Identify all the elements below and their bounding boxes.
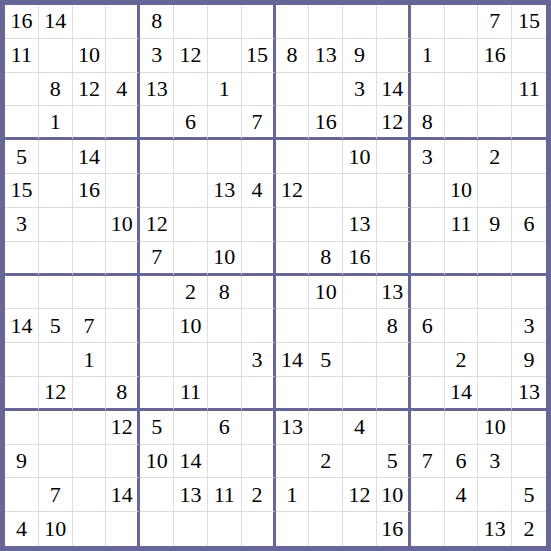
cell-r13c9[interactable]: 13 [276,411,310,445]
cell-r1c6[interactable] [174,5,208,39]
cell-r6c4[interactable] [106,174,140,208]
cell-r16c12[interactable]: 16 [377,512,411,546]
cell-r2c16[interactable] [512,39,546,73]
cell-r6c3[interactable]: 16 [73,174,107,208]
cell-r6c9[interactable]: 12 [276,174,310,208]
cell-r8c3[interactable] [73,242,107,276]
cell-r11c9[interactable]: 14 [276,343,310,377]
cell-r1c1[interactable]: 16 [5,5,39,39]
cell-r14c14[interactable]: 6 [445,445,479,479]
cell-r14c13[interactable]: 7 [411,445,445,479]
cell-r10c3[interactable]: 7 [73,309,107,343]
cell-r6c10[interactable] [309,174,343,208]
cell-r3c14[interactable] [445,73,479,107]
cell-r2c10[interactable]: 13 [309,39,343,73]
cell-r15c1[interactable] [5,478,39,512]
cell-r9c7[interactable]: 8 [208,276,242,310]
cell-r6c13[interactable] [411,174,445,208]
cell-r1c11[interactable] [343,5,377,39]
cell-r13c3[interactable] [73,411,107,445]
cell-r5c11[interactable]: 10 [343,140,377,174]
cell-r7c8[interactable] [242,208,276,242]
cell-r1c3[interactable] [73,5,107,39]
cell-r10c12[interactable]: 8 [377,309,411,343]
cell-r12c14[interactable]: 14 [445,377,479,411]
cell-r7c9[interactable] [276,208,310,242]
cell-r2c8[interactable]: 15 [242,39,276,73]
cell-r5c13[interactable]: 3 [411,140,445,174]
cell-r7c14[interactable]: 11 [445,208,479,242]
cell-r7c13[interactable] [411,208,445,242]
cell-r6c6[interactable] [174,174,208,208]
cell-r8c2[interactable] [39,242,73,276]
cell-r9c12[interactable]: 13 [377,276,411,310]
cell-r9c13[interactable] [411,276,445,310]
cell-r2c15[interactable]: 16 [478,39,512,73]
cell-r6c8[interactable]: 4 [242,174,276,208]
cell-r1c12[interactable] [377,5,411,39]
cell-r6c16[interactable] [512,174,546,208]
cell-r7c16[interactable]: 6 [512,208,546,242]
cell-r16c15[interactable]: 13 [478,512,512,546]
cell-r11c16[interactable]: 9 [512,343,546,377]
cell-r16c13[interactable] [411,512,445,546]
cell-r16c10[interactable] [309,512,343,546]
cell-r1c9[interactable] [276,5,310,39]
cell-r12c6[interactable]: 11 [174,377,208,411]
cell-r16c16[interactable]: 2 [512,512,546,546]
cell-r14c9[interactable] [276,445,310,479]
cell-r15c16[interactable]: 5 [512,478,546,512]
sudoku-board: 1614871511103121581391168124131314111671… [0,0,551,551]
cell-r3c13[interactable] [411,73,445,107]
cell-r12c2[interactable]: 12 [39,377,73,411]
cell-r10c6[interactable]: 10 [174,309,208,343]
cell-r10c13[interactable]: 6 [411,309,445,343]
cell-r6c5[interactable] [140,174,174,208]
cell-r9c10[interactable]: 10 [309,276,343,310]
cell-r2c12[interactable] [377,39,411,73]
cell-r1c15[interactable]: 7 [478,5,512,39]
cell-r12c7[interactable] [208,377,242,411]
cell-r15c3[interactable] [73,478,107,512]
cell-r14c6[interactable]: 14 [174,445,208,479]
cell-r10c9[interactable] [276,309,310,343]
cell-r11c10[interactable]: 5 [309,343,343,377]
cell-r4c8[interactable]: 7 [242,106,276,140]
cell-r9c11[interactable] [343,276,377,310]
cell-r9c16[interactable] [512,276,546,310]
cell-r12c3[interactable] [73,377,107,411]
cell-r15c15[interactable] [478,478,512,512]
cell-r7c15[interactable]: 9 [478,208,512,242]
cell-r2c2[interactable] [39,39,73,73]
cell-r15c14[interactable]: 4 [445,478,479,512]
cell-r10c8[interactable] [242,309,276,343]
cell-r12c4[interactable]: 8 [106,377,140,411]
cell-r6c14[interactable]: 10 [445,174,479,208]
cell-r16c7[interactable] [208,512,242,546]
cell-r13c11[interactable]: 4 [343,411,377,445]
cell-r7c2[interactable] [39,208,73,242]
cell-r4c1[interactable] [5,106,39,140]
cell-r12c9[interactable] [276,377,310,411]
cell-r13c2[interactable] [39,411,73,445]
cell-r2c11[interactable]: 9 [343,39,377,73]
cell-r10c7[interactable] [208,309,242,343]
cell-r3c9[interactable] [276,73,310,107]
cell-r14c10[interactable]: 2 [309,445,343,479]
cell-r5c10[interactable] [309,140,343,174]
cell-r8c12[interactable] [377,242,411,276]
cell-r3c2[interactable]: 8 [39,73,73,107]
cell-r14c7[interactable] [208,445,242,479]
cell-r13c15[interactable]: 10 [478,411,512,445]
cell-r1c2[interactable]: 14 [39,5,73,39]
cell-r4c12[interactable]: 12 [377,106,411,140]
cell-r6c12[interactable] [377,174,411,208]
cell-r13c8[interactable] [242,411,276,445]
cell-r10c14[interactable] [445,309,479,343]
cell-r13c13[interactable] [411,411,445,445]
cell-r9c1[interactable] [5,276,39,310]
cell-r15c12[interactable]: 10 [377,478,411,512]
cell-r1c14[interactable] [445,5,479,39]
cell-r15c7[interactable]: 11 [208,478,242,512]
cell-r7c11[interactable]: 13 [343,208,377,242]
cell-r6c1[interactable]: 15 [5,174,39,208]
cell-r10c15[interactable] [478,309,512,343]
cell-r4c16[interactable] [512,106,546,140]
cell-r7c4[interactable]: 10 [106,208,140,242]
cell-r2c3[interactable]: 10 [73,39,107,73]
cell-r15c5[interactable] [140,478,174,512]
cell-r16c14[interactable] [445,512,479,546]
cell-r13c4[interactable]: 12 [106,411,140,445]
cell-r14c5[interactable]: 10 [140,445,174,479]
cell-r12c1[interactable] [5,377,39,411]
cell-r3c6[interactable] [174,73,208,107]
cell-r11c3[interactable]: 1 [73,343,107,377]
cell-r1c8[interactable] [242,5,276,39]
cell-r4c4[interactable] [106,106,140,140]
cell-r8c4[interactable] [106,242,140,276]
cell-r5c2[interactable] [39,140,73,174]
cell-r6c2[interactable] [39,174,73,208]
cell-r5c14[interactable] [445,140,479,174]
cell-r8c6[interactable] [174,242,208,276]
cell-r9c6[interactable]: 2 [174,276,208,310]
cell-r16c11[interactable] [343,512,377,546]
cell-r8c13[interactable] [411,242,445,276]
cell-r8c7[interactable]: 10 [208,242,242,276]
cell-r11c8[interactable]: 3 [242,343,276,377]
cell-r10c16[interactable]: 3 [512,309,546,343]
cell-r14c12[interactable]: 5 [377,445,411,479]
cell-r14c8[interactable] [242,445,276,479]
cell-r5c6[interactable] [174,140,208,174]
cell-r5c5[interactable] [140,140,174,174]
cell-r13c14[interactable] [445,411,479,445]
cell-r3c11[interactable]: 3 [343,73,377,107]
cell-r3c16[interactable]: 11 [512,73,546,107]
cell-r3c10[interactable] [309,73,343,107]
cell-r7c5[interactable]: 12 [140,208,174,242]
cell-r12c11[interactable] [343,377,377,411]
cell-r4c5[interactable] [140,106,174,140]
cell-r13c7[interactable]: 6 [208,411,242,445]
cell-r9c15[interactable] [478,276,512,310]
cell-r10c1[interactable]: 14 [5,309,39,343]
cell-r12c15[interactable] [478,377,512,411]
cell-r8c1[interactable] [5,242,39,276]
cell-r8c14[interactable] [445,242,479,276]
cell-r13c10[interactable] [309,411,343,445]
cell-r8c9[interactable] [276,242,310,276]
cell-r14c16[interactable] [512,445,546,479]
cell-r8c16[interactable] [512,242,546,276]
cell-r15c8[interactable]: 2 [242,478,276,512]
cell-r3c5[interactable]: 13 [140,73,174,107]
cell-r11c4[interactable] [106,343,140,377]
cell-r9c4[interactable] [106,276,140,310]
cell-r7c1[interactable]: 3 [5,208,39,242]
cell-r1c4[interactable] [106,5,140,39]
cell-r2c6[interactable]: 12 [174,39,208,73]
cell-r8c15[interactable] [478,242,512,276]
cell-r2c9[interactable]: 8 [276,39,310,73]
cell-r11c1[interactable] [5,343,39,377]
cell-r12c8[interactable] [242,377,276,411]
cell-r9c5[interactable] [140,276,174,310]
cell-r3c8[interactable] [242,73,276,107]
cell-r3c4[interactable]: 4 [106,73,140,107]
cell-r11c11[interactable] [343,343,377,377]
cell-r1c10[interactable] [309,5,343,39]
cell-r1c5[interactable]: 8 [140,5,174,39]
cell-r10c5[interactable] [140,309,174,343]
cell-r1c7[interactable] [208,5,242,39]
cell-r13c6[interactable] [174,411,208,445]
cell-r15c10[interactable] [309,478,343,512]
cell-r10c11[interactable] [343,309,377,343]
cell-r15c2[interactable]: 7 [39,478,73,512]
cell-r9c8[interactable] [242,276,276,310]
cell-r14c1[interactable]: 9 [5,445,39,479]
cell-r11c6[interactable] [174,343,208,377]
cell-r2c7[interactable] [208,39,242,73]
cell-r4c11[interactable] [343,106,377,140]
cell-r4c13[interactable]: 8 [411,106,445,140]
cell-r7c6[interactable] [174,208,208,242]
cell-r7c7[interactable] [208,208,242,242]
cell-r5c9[interactable] [276,140,310,174]
cell-r11c15[interactable] [478,343,512,377]
cell-r8c10[interactable]: 8 [309,242,343,276]
cell-r7c10[interactable] [309,208,343,242]
cell-r7c3[interactable] [73,208,107,242]
cell-r13c1[interactable] [5,411,39,445]
cell-r5c12[interactable] [377,140,411,174]
cell-r15c9[interactable]: 1 [276,478,310,512]
cell-r9c2[interactable] [39,276,73,310]
cell-r2c13[interactable]: 1 [411,39,445,73]
cell-r14c4[interactable] [106,445,140,479]
cell-r1c16[interactable]: 15 [512,5,546,39]
cell-r5c7[interactable] [208,140,242,174]
cell-r12c10[interactable] [309,377,343,411]
cell-r15c13[interactable] [411,478,445,512]
cell-r4c14[interactable] [445,106,479,140]
cell-r2c5[interactable]: 3 [140,39,174,73]
cell-r12c13[interactable] [411,377,445,411]
cell-r2c14[interactable] [445,39,479,73]
cell-r5c3[interactable]: 14 [73,140,107,174]
cell-r15c4[interactable]: 14 [106,478,140,512]
cell-r16c1[interactable]: 4 [5,512,39,546]
cell-r12c12[interactable] [377,377,411,411]
cell-r6c11[interactable] [343,174,377,208]
cell-r4c6[interactable]: 6 [174,106,208,140]
cell-r3c12[interactable]: 14 [377,73,411,107]
cell-r14c11[interactable] [343,445,377,479]
cell-r12c5[interactable] [140,377,174,411]
cell-r2c1[interactable]: 11 [5,39,39,73]
cell-r3c3[interactable]: 12 [73,73,107,107]
cell-r10c10[interactable] [309,309,343,343]
cell-r5c16[interactable] [512,140,546,174]
cell-r7c12[interactable] [377,208,411,242]
cell-r11c13[interactable] [411,343,445,377]
cell-r10c4[interactable] [106,309,140,343]
cell-r16c8[interactable] [242,512,276,546]
cell-r1c13[interactable] [411,5,445,39]
cell-r4c9[interactable] [276,106,310,140]
cell-r14c15[interactable]: 3 [478,445,512,479]
cell-r3c1[interactable] [5,73,39,107]
cell-r11c5[interactable] [140,343,174,377]
cell-r15c6[interactable]: 13 [174,478,208,512]
cell-r12c16[interactable]: 13 [512,377,546,411]
cell-r16c5[interactable] [140,512,174,546]
cell-r4c3[interactable] [73,106,107,140]
cell-r13c12[interactable] [377,411,411,445]
cell-r4c15[interactable] [478,106,512,140]
cell-r16c9[interactable] [276,512,310,546]
cell-r2c4[interactable] [106,39,140,73]
cell-r5c15[interactable]: 2 [478,140,512,174]
cell-r8c8[interactable] [242,242,276,276]
cell-r11c12[interactable] [377,343,411,377]
cell-r14c3[interactable] [73,445,107,479]
cell-r16c6[interactable] [174,512,208,546]
cell-r5c1[interactable]: 5 [5,140,39,174]
cell-r3c15[interactable] [478,73,512,107]
cell-r11c2[interactable] [39,343,73,377]
cell-r4c7[interactable] [208,106,242,140]
cell-r15c11[interactable]: 12 [343,478,377,512]
cell-r16c2[interactable]: 10 [39,512,73,546]
cell-r4c10[interactable]: 16 [309,106,343,140]
cell-r13c16[interactable] [512,411,546,445]
cell-r16c4[interactable] [106,512,140,546]
cell-r6c15[interactable] [478,174,512,208]
cell-r11c14[interactable]: 2 [445,343,479,377]
cell-r6c7[interactable]: 13 [208,174,242,208]
cell-r5c8[interactable] [242,140,276,174]
cell-r11c7[interactable] [208,343,242,377]
cell-r5c4[interactable] [106,140,140,174]
cell-r8c11[interactable]: 16 [343,242,377,276]
cell-r13c5[interactable]: 5 [140,411,174,445]
cell-r4c2[interactable]: 1 [39,106,73,140]
cell-r9c9[interactable] [276,276,310,310]
cell-r9c3[interactable] [73,276,107,310]
cell-r9c14[interactable] [445,276,479,310]
cell-r14c2[interactable] [39,445,73,479]
cell-r16c3[interactable] [73,512,107,546]
cell-r3c7[interactable]: 1 [208,73,242,107]
cell-r8c5[interactable]: 7 [140,242,174,276]
cell-r10c2[interactable]: 5 [39,309,73,343]
